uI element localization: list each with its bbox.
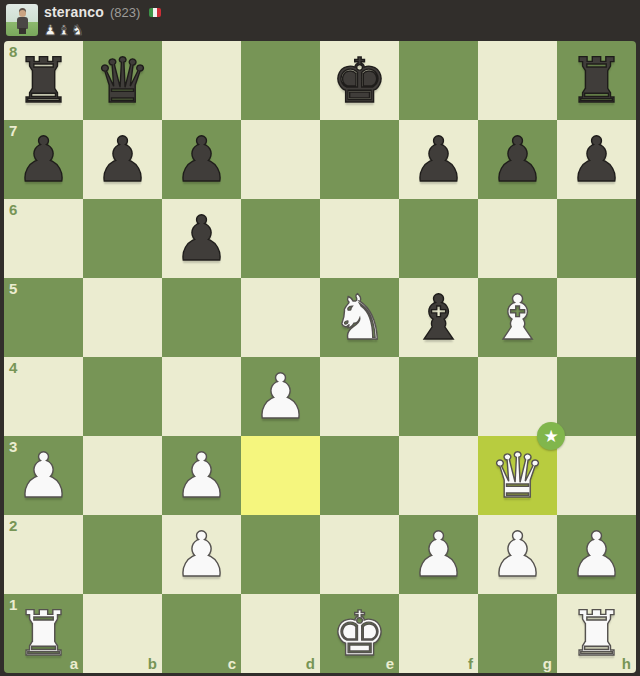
square-b4[interactable] [83, 357, 162, 436]
square-d8[interactable] [241, 41, 320, 120]
square-a1[interactable]: 1a♜ [4, 594, 83, 673]
black-pawn-c7[interactable]: ♟ [162, 120, 241, 199]
captured-bishop-icon: ♝ [58, 22, 71, 38]
square-g6[interactable] [478, 199, 557, 278]
square-a4[interactable]: 4 [4, 357, 83, 436]
square-b7[interactable]: ♟ [83, 120, 162, 199]
square-h7[interactable]: ♟ [557, 120, 636, 199]
square-d1[interactable]: d [241, 594, 320, 673]
square-h2[interactable]: ♟ [557, 515, 636, 594]
square-f4[interactable] [399, 357, 478, 436]
square-d5[interactable] [241, 278, 320, 357]
rank-label-4: 4 [9, 360, 17, 375]
chess-board[interactable]: 8♜♛♚♜7♟♟♟♟♟♟6♟5♞♝♝4♟3♟♟♛2♟♟♟♟1a♜bcde♚fgh… [4, 41, 636, 673]
rank-label-6: 6 [9, 202, 17, 217]
white-pawn-c2[interactable]: ♟ [162, 515, 241, 594]
square-g5[interactable]: ♝ [478, 278, 557, 357]
square-d6[interactable] [241, 199, 320, 278]
white-pawn-h2[interactable]: ♟ [557, 515, 636, 594]
square-e4[interactable] [320, 357, 399, 436]
square-h1[interactable]: h♜ [557, 594, 636, 673]
player-info: steranco (823) ♟♝♞ [44, 4, 161, 38]
file-label-g: g [543, 656, 552, 671]
square-d3[interactable] [241, 436, 320, 515]
avatar-figure-head [19, 10, 26, 17]
square-b6[interactable] [83, 199, 162, 278]
square-a8[interactable]: 8♜ [4, 41, 83, 120]
square-e7[interactable] [320, 120, 399, 199]
square-h3[interactable] [557, 436, 636, 515]
black-pawn-g7[interactable]: ♟ [478, 120, 557, 199]
white-king-e1[interactable]: ♚ [320, 594, 399, 673]
square-e6[interactable] [320, 199, 399, 278]
square-c3[interactable]: ♟ [162, 436, 241, 515]
square-b2[interactable] [83, 515, 162, 594]
square-c2[interactable]: ♟ [162, 515, 241, 594]
black-pawn-c6[interactable]: ♟ [162, 199, 241, 278]
black-pawn-f7[interactable]: ♟ [399, 120, 478, 199]
square-e8[interactable]: ♚ [320, 41, 399, 120]
black-rook-h8[interactable]: ♜ [557, 41, 636, 120]
white-pawn-f2[interactable]: ♟ [399, 515, 478, 594]
square-g7[interactable]: ♟ [478, 120, 557, 199]
square-f7[interactable]: ♟ [399, 120, 478, 199]
black-bishop-f5[interactable]: ♝ [399, 278, 478, 357]
square-a7[interactable]: 7♟ [4, 120, 83, 199]
white-pawn-g2[interactable]: ♟ [478, 515, 557, 594]
square-d4[interactable]: ♟ [241, 357, 320, 436]
white-pawn-d4[interactable]: ♟ [241, 357, 320, 436]
player-name-row: steranco (823) [44, 4, 161, 20]
file-label-d: d [306, 656, 315, 671]
white-bishop-g5[interactable]: ♝ [478, 278, 557, 357]
square-b5[interactable] [83, 278, 162, 357]
black-king-e8[interactable]: ♚ [320, 41, 399, 120]
square-e1[interactable]: e♚ [320, 594, 399, 673]
white-knight-e5[interactable]: ♞ [320, 278, 399, 357]
black-pawn-a7[interactable]: ♟ [4, 120, 83, 199]
avatar-figure-legs [19, 28, 26, 34]
square-a2[interactable]: 2 [4, 515, 83, 594]
square-g2[interactable]: ♟ [478, 515, 557, 594]
square-b1[interactable]: b [83, 594, 162, 673]
square-a5[interactable]: 5 [4, 278, 83, 357]
black-pawn-b7[interactable]: ♟ [83, 120, 162, 199]
square-h4[interactable] [557, 357, 636, 436]
square-g8[interactable] [478, 41, 557, 120]
square-f2[interactable]: ♟ [399, 515, 478, 594]
white-rook-a1[interactable]: ♜ [4, 594, 83, 673]
file-label-b: b [148, 656, 157, 671]
white-rook-h1[interactable]: ♜ [557, 594, 636, 673]
square-e3[interactable] [320, 436, 399, 515]
square-c5[interactable] [162, 278, 241, 357]
star-icon: ★ [543, 428, 558, 445]
square-h8[interactable]: ♜ [557, 41, 636, 120]
square-c6[interactable]: ♟ [162, 199, 241, 278]
captured-pawn-icon: ♟ [44, 22, 57, 38]
square-f3[interactable] [399, 436, 478, 515]
square-c1[interactable]: c [162, 594, 241, 673]
square-f8[interactable] [399, 41, 478, 120]
square-h5[interactable] [557, 278, 636, 357]
rank-label-5: 5 [9, 281, 17, 296]
square-f1[interactable]: f [399, 594, 478, 673]
square-c4[interactable] [162, 357, 241, 436]
square-a3[interactable]: 3♟ [4, 436, 83, 515]
square-a6[interactable]: 6 [4, 199, 83, 278]
square-c8[interactable] [162, 41, 241, 120]
white-pawn-a3[interactable]: ♟ [4, 436, 83, 515]
black-pawn-h7[interactable]: ♟ [557, 120, 636, 199]
square-b3[interactable] [83, 436, 162, 515]
square-f5[interactable]: ♝ [399, 278, 478, 357]
player-bar: steranco (823) ♟♝♞ [0, 0, 640, 41]
player-avatar[interactable] [6, 4, 38, 36]
black-queen-b8[interactable]: ♛ [83, 41, 162, 120]
best-move-star-badge: ★ [537, 422, 565, 450]
white-pawn-c3[interactable]: ♟ [162, 436, 241, 515]
file-label-c: c [228, 656, 236, 671]
player-username[interactable]: steranco [44, 4, 104, 20]
square-f6[interactable] [399, 199, 478, 278]
black-rook-a8[interactable]: ♜ [4, 41, 83, 120]
square-d7[interactable] [241, 120, 320, 199]
square-b8[interactable]: ♛ [83, 41, 162, 120]
square-c7[interactable]: ♟ [162, 120, 241, 199]
square-d2[interactable] [241, 515, 320, 594]
rank-label-2: 2 [9, 518, 17, 533]
captured-knight-icon: ♞ [71, 22, 84, 38]
game-window: steranco (823) ♟♝♞ 8♜♛♚♜7♟♟♟♟♟♟6♟5♞♝♝4♟3… [0, 0, 640, 676]
captured-pieces-tray: ♟♝♞ [44, 22, 161, 38]
italy-flag-icon [149, 8, 161, 17]
file-label-f: f [468, 656, 473, 671]
square-h6[interactable] [557, 199, 636, 278]
square-g1[interactable]: g [478, 594, 557, 673]
square-e2[interactable] [320, 515, 399, 594]
player-rating: (823) [110, 5, 140, 20]
square-e5[interactable]: ♞ [320, 278, 399, 357]
